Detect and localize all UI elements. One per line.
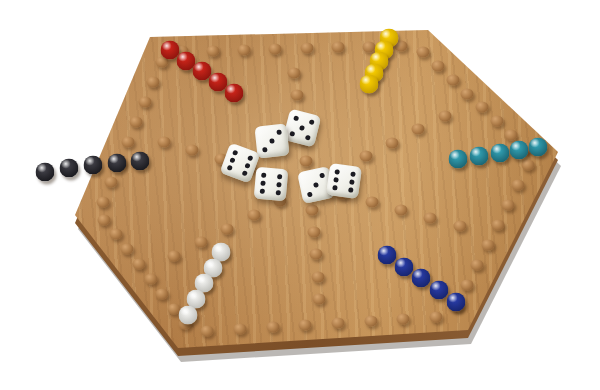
drilled-hole [138,96,151,107]
drilled-hole [130,116,143,127]
marble-blue[interactable] [394,258,413,277]
die-pip [319,173,325,179]
die-pip [261,173,266,178]
drilled-hole [96,197,109,208]
die-pip [277,174,282,179]
drilled-hole [288,68,301,79]
drilled-hole [432,61,445,72]
drilled-hole [234,323,247,334]
die-pip [230,157,236,163]
marble-red[interactable] [225,83,244,102]
drilled-hole [156,289,169,300]
drilled-hole [412,124,425,135]
marble-teal[interactable] [490,143,509,162]
drilled-hole [238,44,251,55]
drilled-hole [313,293,326,304]
drilled-hole [511,180,524,191]
die-pip [308,119,314,125]
drilled-hole [221,223,234,234]
drilled-hole [201,325,214,336]
drilled-hole [206,45,219,56]
die-pip [348,187,354,193]
drilled-hole [147,76,160,87]
drilled-hole [291,90,304,101]
drilled-hole [300,155,313,166]
drilled-hole [505,129,518,140]
drilled-hole [438,110,451,121]
drilled-hole [133,259,146,270]
drilled-hole [331,42,344,53]
drilled-hole [266,321,279,332]
marble-black[interactable] [130,152,149,171]
drilled-hole [186,145,199,156]
marble-black[interactable] [36,162,55,181]
die-pip [289,130,295,136]
die-pip [349,179,355,185]
die-pip [244,162,250,168]
drilled-hole [121,244,134,255]
drilled-hole [105,176,118,187]
marble-teal[interactable] [510,141,529,160]
drilled-hole [471,260,484,271]
drilled-hole [307,227,320,238]
drilled-hole [386,137,399,148]
die-2-showing-3[interactable] [254,124,289,159]
die-pip [293,116,299,122]
drilled-hole [522,160,535,171]
marble-teal[interactable] [448,150,467,169]
die-pip [261,181,266,186]
drilled-hole [121,136,134,147]
marble-black[interactable] [60,159,79,178]
marble-teal[interactable] [529,138,548,157]
die-pip [241,170,247,176]
drilled-hole [299,319,312,330]
die-pip [307,191,313,197]
drilled-hole [364,315,377,326]
drilled-hole [501,200,514,211]
drilled-hole [429,311,442,322]
drilled-hole [481,240,494,251]
marble-white[interactable] [178,306,197,325]
die-pip [276,182,281,187]
aggravation-board-photo [0,0,600,390]
drilled-hole [397,313,410,324]
marble-yellow[interactable] [360,74,379,93]
drilled-hole [446,74,459,85]
drilled-hole [309,249,322,260]
drilled-hole [168,251,181,262]
die-pip [332,185,338,191]
drilled-hole [490,116,503,127]
board-surface [0,0,600,390]
drilled-hole [359,151,372,162]
die-4-showing-6[interactable] [254,167,289,202]
die-6-showing-6[interactable] [326,163,362,199]
drilled-hole [461,280,474,291]
die-pip [334,169,340,175]
drilled-hole [158,136,171,147]
die-pip [262,147,267,152]
marble-blue[interactable] [447,292,466,311]
die-pip [276,130,281,135]
die-pip [333,177,339,183]
drilled-hole [491,220,504,231]
drilled-hole [98,214,111,225]
marble-teal[interactable] [469,147,488,166]
drilled-hole [395,205,408,216]
drilled-hole [109,229,122,240]
drilled-hole [475,102,488,113]
die-pip [304,134,310,140]
die-pip [232,150,238,156]
drilled-hole [194,237,207,248]
drilled-hole [305,205,318,216]
die-pip [260,188,265,193]
marble-blue[interactable] [412,269,431,288]
drilled-hole [331,317,344,328]
die-pip [269,138,274,143]
die-pip [275,190,280,195]
drilled-hole [453,221,466,232]
marble-blue[interactable] [378,246,397,265]
drilled-hole [311,271,324,282]
marble-black[interactable] [108,154,127,173]
drilled-hole [417,47,430,58]
die-pip [227,164,233,170]
drilled-hole [144,274,157,285]
marble-blue[interactable] [430,281,449,300]
die-pip [313,182,319,188]
drilled-hole [300,43,313,54]
drilled-hole [269,44,282,55]
marble-black[interactable] [84,155,103,174]
die-pip [247,155,253,161]
drilled-hole [365,197,378,208]
die-pip [350,172,356,178]
drilled-hole [461,88,474,99]
drilled-hole [247,209,260,220]
drilled-hole [424,213,437,224]
die-pip [299,125,305,131]
